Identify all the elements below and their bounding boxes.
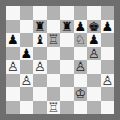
square-a3[interactable] xyxy=(6,74,20,88)
square-b8[interactable] xyxy=(20,6,34,20)
square-g6[interactable]: ♟ xyxy=(87,33,101,47)
square-b5[interactable]: ♟ xyxy=(20,47,34,61)
square-e8[interactable] xyxy=(60,6,74,20)
square-d1[interactable]: ♖ xyxy=(47,101,61,115)
square-c2[interactable] xyxy=(33,87,47,101)
square-c1[interactable] xyxy=(33,101,47,115)
square-f3[interactable] xyxy=(74,74,88,88)
square-b2[interactable] xyxy=(20,87,34,101)
square-h8[interactable] xyxy=(101,6,115,20)
white-pawn: ♙ xyxy=(34,60,46,73)
square-g4[interactable] xyxy=(87,60,101,74)
square-d4[interactable] xyxy=(47,60,61,74)
square-b3[interactable]: ♙ xyxy=(20,74,34,88)
square-e2[interactable] xyxy=(60,87,74,101)
square-f7[interactable]: ♟ xyxy=(74,20,88,34)
square-f2[interactable]: ♔ xyxy=(74,87,88,101)
square-e3[interactable] xyxy=(60,74,74,88)
square-a2[interactable] xyxy=(6,87,20,101)
black-rook: ♜ xyxy=(34,20,46,33)
square-g2[interactable] xyxy=(87,87,101,101)
white-pawn: ♙ xyxy=(88,47,100,60)
square-f5[interactable] xyxy=(74,47,88,61)
white-pawn: ♙ xyxy=(20,74,32,87)
white-rook: ♖ xyxy=(47,33,59,46)
square-d3[interactable] xyxy=(47,74,61,88)
square-e7[interactable]: ♜ xyxy=(60,20,74,34)
square-a8[interactable] xyxy=(6,6,20,20)
black-rook: ♜ xyxy=(61,20,73,33)
square-e5[interactable] xyxy=(60,47,74,61)
square-e1[interactable] xyxy=(60,101,74,115)
square-g1[interactable] xyxy=(87,101,101,115)
black-bishop: ♝ xyxy=(34,33,46,46)
square-a6[interactable]: ♟ xyxy=(6,33,20,47)
square-c3[interactable] xyxy=(33,74,47,88)
square-a1[interactable] xyxy=(6,101,20,115)
white-king: ♔ xyxy=(74,87,86,100)
square-a7[interactable] xyxy=(6,20,20,34)
square-h1[interactable] xyxy=(101,101,115,115)
board-frame: ♜♜♟♚♟♟♝♖♘♟♟♙♙♙♙♙♙♔♖ xyxy=(0,0,120,120)
square-b6[interactable] xyxy=(20,33,34,47)
black-pawn: ♟ xyxy=(88,33,100,46)
square-a4[interactable]: ♙ xyxy=(6,60,20,74)
white-pawn: ♙ xyxy=(101,74,113,87)
square-e6[interactable] xyxy=(60,33,74,47)
white-knight: ♘ xyxy=(74,33,86,46)
square-e4[interactable] xyxy=(60,60,74,74)
square-a5[interactable] xyxy=(6,47,20,61)
square-b1[interactable] xyxy=(20,101,34,115)
square-h4[interactable] xyxy=(101,60,115,74)
black-pawn: ♟ xyxy=(20,47,32,60)
square-g5[interactable]: ♙ xyxy=(87,47,101,61)
square-h6[interactable] xyxy=(101,33,115,47)
black-pawn: ♟ xyxy=(101,20,113,33)
black-pawn: ♟ xyxy=(7,33,19,46)
square-d6[interactable]: ♖ xyxy=(47,33,61,47)
black-king: ♚ xyxy=(88,20,100,33)
square-f6[interactable]: ♘ xyxy=(74,33,88,47)
square-c6[interactable]: ♝ xyxy=(33,33,47,47)
square-d2[interactable] xyxy=(47,87,61,101)
square-g7[interactable]: ♚ xyxy=(87,20,101,34)
square-f1[interactable] xyxy=(74,101,88,115)
square-b4[interactable] xyxy=(20,60,34,74)
square-h2[interactable] xyxy=(101,87,115,101)
square-c7[interactable]: ♜ xyxy=(33,20,47,34)
square-d5[interactable] xyxy=(47,47,61,61)
square-g8[interactable] xyxy=(87,6,101,20)
square-c5[interactable] xyxy=(33,47,47,61)
square-g3[interactable] xyxy=(87,74,101,88)
square-f4[interactable]: ♙ xyxy=(74,60,88,74)
white-rook: ♖ xyxy=(47,101,59,114)
white-pawn: ♙ xyxy=(74,60,86,73)
square-c8[interactable] xyxy=(33,6,47,20)
square-h3[interactable]: ♙ xyxy=(101,74,115,88)
white-pawn: ♙ xyxy=(7,60,19,73)
square-d7[interactable] xyxy=(47,20,61,34)
square-d8[interactable] xyxy=(47,6,61,20)
square-c4[interactable]: ♙ xyxy=(33,60,47,74)
chess-board: ♜♜♟♚♟♟♝♖♘♟♟♙♙♙♙♙♙♔♖ xyxy=(6,6,114,114)
square-f8[interactable] xyxy=(74,6,88,20)
square-b7[interactable] xyxy=(20,20,34,34)
black-pawn: ♟ xyxy=(74,20,86,33)
square-h5[interactable] xyxy=(101,47,115,61)
square-h7[interactable]: ♟ xyxy=(101,20,115,34)
